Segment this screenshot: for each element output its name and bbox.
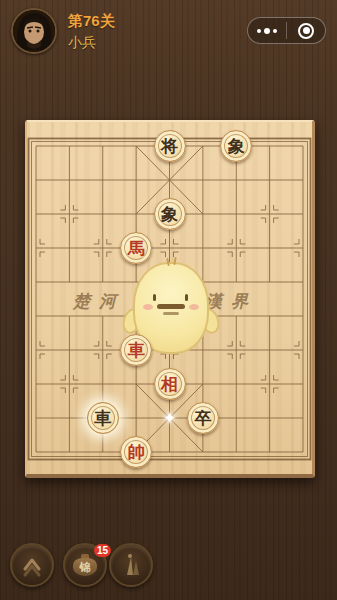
- avatar-portrait: [13, 10, 55, 52]
- piece-black-卒[interactable]: 卒: [187, 402, 219, 434]
- target-circle-icon: [298, 23, 314, 39]
- top-bar: 第76关 小兵: [0, 0, 337, 60]
- piece-red-車[interactable]: 車: [120, 334, 152, 366]
- level-title: 第76关: [68, 12, 115, 31]
- ask-help-button[interactable]: [109, 543, 153, 587]
- piece-red-馬[interactable]: 馬: [120, 232, 152, 264]
- miniprogram-capsule: [247, 17, 326, 44]
- bottom-bar: 锦 15 10步 3DMGAME: [0, 478, 337, 600]
- more-dots-icon: [257, 28, 277, 34]
- piece-black-象[interactable]: 象: [220, 130, 252, 162]
- player-rank-label: 小兵: [68, 34, 96, 52]
- pieces-layer: 将象象馬車相車卒帥✦: [27, 122, 312, 474]
- sparkle-effect: ✦: [159, 407, 181, 429]
- tip-count-badge: 15: [94, 544, 111, 557]
- more-options-button[interactable]: [248, 18, 286, 43]
- piece-black-車[interactable]: 車: [87, 402, 119, 434]
- close-capsule-button[interactable]: [287, 18, 325, 43]
- piece-black-将[interactable]: 将: [154, 130, 186, 162]
- collapse-menu-button[interactable]: [10, 543, 54, 587]
- app-screen: 第76关 小兵 楚河 漢界: [0, 0, 337, 600]
- piece-red-相[interactable]: 相: [154, 368, 186, 400]
- player-avatar: [11, 8, 57, 54]
- piece-red-帥[interactable]: 帥: [120, 436, 152, 468]
- praying-hands-icon: [117, 551, 145, 579]
- piece-black-象[interactable]: 象: [154, 198, 186, 230]
- xiangqi-board[interactable]: 楚河 漢界 将象象馬車相車卒帥✦: [25, 120, 315, 478]
- money-bag-icon: 锦: [73, 554, 97, 576]
- chevron-up-icon: [18, 551, 46, 579]
